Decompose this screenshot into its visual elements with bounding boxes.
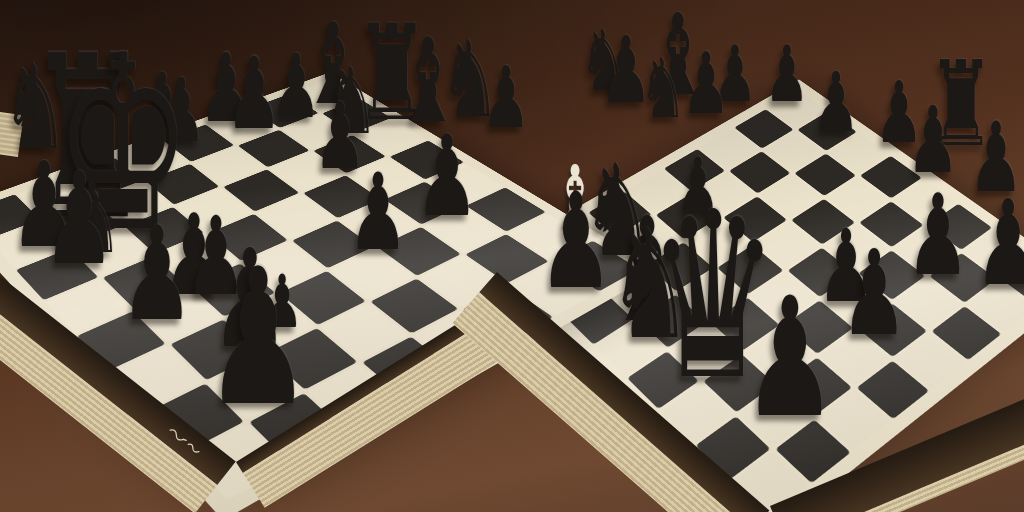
piece-black-pawn[interactable]: ♟ bbox=[482, 55, 530, 140]
piece-black-pawn[interactable]: ♟ bbox=[682, 41, 730, 126]
piece-black-pawn[interactable]: ♟ bbox=[906, 180, 970, 292]
piece-black-pawn[interactable]: ♟ bbox=[226, 44, 282, 143]
piece-black-pawn[interactable]: ♟ bbox=[120, 209, 194, 339]
piece-black-pawn[interactable]: ♟ bbox=[415, 121, 479, 233]
piece-black-pawn[interactable]: ♟ bbox=[43, 156, 116, 283]
piece-black-pawn[interactable]: ♟ bbox=[348, 160, 409, 266]
piece-black-pawn[interactable]: ♟ bbox=[765, 36, 809, 114]
piece-black-pawn[interactable]: ♟ bbox=[812, 61, 859, 144]
piece-black-pawn[interactable]: ♟ bbox=[204, 243, 312, 432]
piece-black-pawn[interactable]: ♟ bbox=[743, 276, 837, 441]
piece-black-knight[interactable]: ♞ bbox=[639, 47, 686, 130]
piece-black-pawn[interactable]: ♟ bbox=[974, 185, 1024, 303]
piece-black-pawn[interactable]: ♟ bbox=[538, 175, 613, 307]
piece-black-pawn[interactable]: ♟ bbox=[840, 235, 907, 353]
table-surface: ♞♝♟♟♟♝♟♞♞♟♜♟♝♟♟♟♞♟♟♟♜♞♟♟♟♟♟♜♝♚♟♟♞♞♟♟♟♟♟♟… bbox=[0, 0, 1024, 512]
